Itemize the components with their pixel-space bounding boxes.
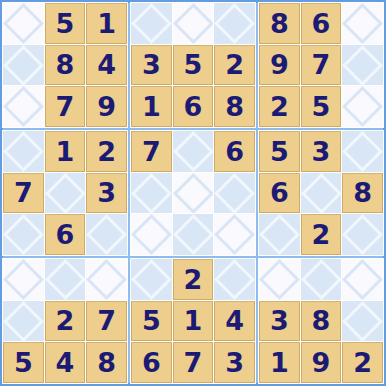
box-2-0: 27548 — [3, 259, 127, 383]
cell-r7c8[interactable] — [301, 259, 342, 300]
box-1-1: 76 — [131, 131, 255, 255]
cell-r4c6: 6 — [214, 131, 255, 172]
cell-r1c5[interactable] — [173, 3, 214, 44]
cell-r8c6: 4 — [214, 301, 255, 342]
cell-r2c1[interactable] — [3, 45, 44, 86]
diamond-icon — [3, 45, 44, 86]
diamond-icon — [173, 3, 214, 44]
cell-r7c1[interactable] — [3, 259, 44, 300]
diamond-icon — [342, 301, 383, 342]
diamond-icon — [3, 131, 44, 172]
cell-r1c9[interactable] — [342, 3, 383, 44]
diamond-icon — [3, 259, 44, 300]
cell-r2c2: 8 — [45, 45, 86, 86]
cell-r7c4[interactable] — [131, 259, 172, 300]
cell-r6c6[interactable] — [214, 214, 255, 255]
diamond-icon — [45, 259, 86, 300]
diamond-icon — [342, 259, 383, 300]
diamond-icon — [45, 173, 86, 214]
cell-r9c8: 9 — [301, 342, 342, 383]
cell-r5c8[interactable] — [301, 173, 342, 214]
cell-r7c6[interactable] — [214, 259, 255, 300]
diamond-icon — [3, 214, 44, 255]
cell-r7c9[interactable] — [342, 259, 383, 300]
cell-r1c4[interactable] — [131, 3, 172, 44]
diamond-icon — [3, 301, 44, 342]
cell-r7c3[interactable] — [86, 259, 127, 300]
cell-r6c7[interactable] — [259, 214, 300, 255]
cell-r4c4: 7 — [131, 131, 172, 172]
diamond-icon — [342, 86, 383, 127]
box-0-1: 352168 — [131, 3, 255, 127]
diamond-icon — [342, 3, 383, 44]
cell-r2c5: 5 — [173, 45, 214, 86]
cell-r6c8: 2 — [301, 214, 342, 255]
diamond-icon — [214, 259, 255, 300]
cell-r6c1[interactable] — [3, 214, 44, 255]
cell-r8c7: 3 — [259, 301, 300, 342]
cell-r6c5[interactable] — [173, 214, 214, 255]
diamond-icon — [131, 173, 172, 214]
box-2-1: 2514673 — [131, 259, 255, 383]
cell-r5c2[interactable] — [45, 173, 86, 214]
cell-r4c9[interactable] — [342, 131, 383, 172]
diamond-icon — [259, 214, 300, 255]
cell-r9c3: 8 — [86, 342, 127, 383]
cell-r3c7: 2 — [259, 86, 300, 127]
diamond-icon — [301, 173, 342, 214]
cell-r2c8: 7 — [301, 45, 342, 86]
cell-r7c5: 2 — [173, 259, 214, 300]
cell-r3c8: 5 — [301, 86, 342, 127]
cell-r5c6[interactable] — [214, 173, 255, 214]
diamond-icon — [3, 86, 44, 127]
cell-r9c9: 2 — [342, 342, 383, 383]
cell-r2c4: 3 — [131, 45, 172, 86]
cell-r5c5[interactable] — [173, 173, 214, 214]
cell-r3c1[interactable] — [3, 86, 44, 127]
cell-r4c3: 2 — [86, 131, 127, 172]
cell-r4c2: 1 — [45, 131, 86, 172]
cell-r1c2: 5 — [45, 3, 86, 44]
cell-r2c6: 2 — [214, 45, 255, 86]
diamond-icon — [342, 131, 383, 172]
cell-r5c3: 3 — [86, 173, 127, 214]
diamond-icon — [86, 214, 127, 255]
cell-r3c6: 8 — [214, 86, 255, 127]
box-1-0: 12736 — [3, 131, 127, 255]
diamond-icon — [259, 259, 300, 300]
box-1-2: 53682 — [259, 131, 383, 255]
cell-r9c7: 1 — [259, 342, 300, 383]
diamond-icon — [173, 214, 214, 255]
cell-r8c3: 7 — [86, 301, 127, 342]
diamond-icon — [131, 214, 172, 255]
diamond-icon — [342, 214, 383, 255]
cell-r8c5: 1 — [173, 301, 214, 342]
diamond-icon — [3, 3, 44, 44]
cell-r3c5: 6 — [173, 86, 214, 127]
cell-r9c2: 4 — [45, 342, 86, 383]
cell-r1c3: 1 — [86, 3, 127, 44]
cell-r5c9: 8 — [342, 173, 383, 214]
cell-r8c1[interactable] — [3, 301, 44, 342]
cell-r8c9[interactable] — [342, 301, 383, 342]
diamond-icon — [131, 259, 172, 300]
diamond-icon — [214, 3, 255, 44]
diamond-icon — [131, 3, 172, 44]
cell-r8c4: 5 — [131, 301, 172, 342]
cell-r4c1[interactable] — [3, 131, 44, 172]
cell-r6c3[interactable] — [86, 214, 127, 255]
box-0-2: 869725 — [259, 3, 383, 127]
diamond-icon — [301, 259, 342, 300]
diamond-icon — [173, 131, 214, 172]
cell-r1c1[interactable] — [3, 3, 44, 44]
cell-r7c7[interactable] — [259, 259, 300, 300]
cell-r2c3: 4 — [86, 45, 127, 86]
cell-r3c3: 9 — [86, 86, 127, 127]
cell-r2c7: 9 — [259, 45, 300, 86]
sudoku-board: 5184793521688697251273676536822754825146… — [0, 0, 386, 386]
cell-r4c5[interactable] — [173, 131, 214, 172]
diamond-icon — [214, 214, 255, 255]
cell-r6c9[interactable] — [342, 214, 383, 255]
cell-r4c7: 5 — [259, 131, 300, 172]
cell-r8c8: 8 — [301, 301, 342, 342]
diamond-icon — [173, 173, 214, 214]
cell-r5c4[interactable] — [131, 173, 172, 214]
box-0-0: 518479 — [3, 3, 127, 127]
cell-r1c8: 6 — [301, 3, 342, 44]
diamond-icon — [342, 45, 383, 86]
cell-r3c2: 7 — [45, 86, 86, 127]
cell-r8c2: 2 — [45, 301, 86, 342]
cell-r7c2[interactable] — [45, 259, 86, 300]
cell-r6c2: 6 — [45, 214, 86, 255]
diamond-icon — [86, 259, 127, 300]
cell-r9c5: 7 — [173, 342, 214, 383]
cell-r5c7: 6 — [259, 173, 300, 214]
cell-r2c9[interactable] — [342, 45, 383, 86]
cell-r3c4: 1 — [131, 86, 172, 127]
cell-r3c9[interactable] — [342, 86, 383, 127]
box-2-2: 38192 — [259, 259, 383, 383]
cell-r9c6: 3 — [214, 342, 255, 383]
cell-r5c1: 7 — [3, 173, 44, 214]
cell-r6c4[interactable] — [131, 214, 172, 255]
cell-r1c7: 8 — [259, 3, 300, 44]
cell-r9c1: 5 — [3, 342, 44, 383]
cell-r9c4: 6 — [131, 342, 172, 383]
cell-r4c8: 3 — [301, 131, 342, 172]
diamond-icon — [214, 173, 255, 214]
cell-r1c6[interactable] — [214, 3, 255, 44]
